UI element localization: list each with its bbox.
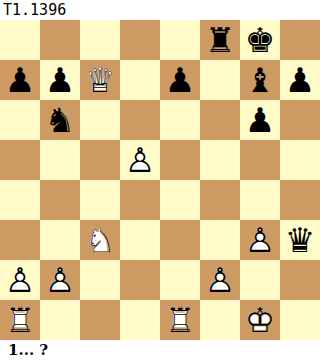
title-bar: T1.1396 bbox=[0, 0, 320, 20]
piece-glyph-outline: ♙ bbox=[0, 260, 40, 300]
piece-glyph-outline: ♘ bbox=[80, 220, 120, 260]
piece-glyph-fill: ♟ bbox=[240, 220, 280, 260]
piece-white-rook[interactable]: ♜♖ bbox=[160, 300, 200, 340]
piece-black-queen[interactable]: ♛ bbox=[280, 220, 320, 260]
square-d8[interactable] bbox=[120, 20, 160, 60]
square-b3[interactable] bbox=[40, 220, 80, 260]
puzzle-id: T1.1396 bbox=[3, 1, 66, 19]
piece-white-pawn[interactable]: ♟♙ bbox=[200, 260, 240, 300]
piece-black-rook[interactable]: ♜ bbox=[200, 20, 240, 60]
square-b5[interactable] bbox=[40, 140, 80, 180]
square-a6[interactable] bbox=[0, 100, 40, 140]
piece-glyph-fill: ♞ bbox=[40, 100, 80, 140]
piece-black-pawn[interactable]: ♟ bbox=[280, 60, 320, 100]
square-b4[interactable] bbox=[40, 180, 80, 220]
square-a4[interactable] bbox=[0, 180, 40, 220]
square-c6[interactable] bbox=[80, 100, 120, 140]
piece-glyph-fill: ♛ bbox=[80, 60, 120, 100]
square-g7[interactable]: ♝ bbox=[240, 60, 280, 100]
square-c8[interactable] bbox=[80, 20, 120, 60]
piece-white-pawn[interactable]: ♟♙ bbox=[240, 220, 280, 260]
piece-white-queen[interactable]: ♛♕ bbox=[80, 60, 120, 100]
piece-glyph-fill: ♟ bbox=[240, 100, 280, 140]
square-d2[interactable] bbox=[120, 260, 160, 300]
piece-glyph-fill: ♛ bbox=[280, 220, 320, 260]
square-f3[interactable] bbox=[200, 220, 240, 260]
square-f5[interactable] bbox=[200, 140, 240, 180]
chess-app-window: T1.1396 ♜♚♟♟♛♕♟♝♟♞♟♟♙♞♘♟♙♛♟♙♟♙♟♙♜♖♜♖♚♔ 1… bbox=[0, 0, 320, 360]
square-a2[interactable]: ♟♙ bbox=[0, 260, 40, 300]
square-d3[interactable] bbox=[120, 220, 160, 260]
piece-glyph-fill: ♟ bbox=[160, 60, 200, 100]
square-d1[interactable] bbox=[120, 300, 160, 340]
square-c1[interactable] bbox=[80, 300, 120, 340]
square-g6[interactable]: ♟ bbox=[240, 100, 280, 140]
square-e5[interactable] bbox=[160, 140, 200, 180]
piece-black-pawn[interactable]: ♟ bbox=[40, 60, 80, 100]
piece-glyph-outline: ♙ bbox=[200, 260, 240, 300]
piece-glyph-fill: ♚ bbox=[240, 20, 280, 60]
square-a1[interactable]: ♜♖ bbox=[0, 300, 40, 340]
piece-white-rook[interactable]: ♜♖ bbox=[0, 300, 40, 340]
square-a5[interactable] bbox=[0, 140, 40, 180]
piece-glyph-fill: ♜ bbox=[0, 300, 40, 340]
square-a7[interactable]: ♟ bbox=[0, 60, 40, 100]
square-e6[interactable] bbox=[160, 100, 200, 140]
square-g1[interactable]: ♚♔ bbox=[240, 300, 280, 340]
square-h5[interactable] bbox=[280, 140, 320, 180]
piece-glyph-outline: ♙ bbox=[240, 220, 280, 260]
square-c4[interactable] bbox=[80, 180, 120, 220]
piece-glyph-fill: ♟ bbox=[120, 140, 160, 180]
square-g2[interactable] bbox=[240, 260, 280, 300]
square-b8[interactable] bbox=[40, 20, 80, 60]
piece-glyph-outline: ♖ bbox=[160, 300, 200, 340]
square-g3[interactable]: ♟♙ bbox=[240, 220, 280, 260]
piece-glyph-outline: ♙ bbox=[40, 260, 80, 300]
square-c5[interactable] bbox=[80, 140, 120, 180]
square-b2[interactable]: ♟♙ bbox=[40, 260, 80, 300]
square-f2[interactable]: ♟♙ bbox=[200, 260, 240, 300]
square-c7[interactable]: ♛♕ bbox=[80, 60, 120, 100]
chess-board[interactable]: ♜♚♟♟♛♕♟♝♟♞♟♟♙♞♘♟♙♛♟♙♟♙♟♙♜♖♜♖♚♔ bbox=[0, 20, 320, 340]
square-h8[interactable] bbox=[280, 20, 320, 60]
piece-glyph-fill: ♟ bbox=[200, 260, 240, 300]
piece-glyph-outline: ♔ bbox=[240, 300, 280, 340]
square-c2[interactable] bbox=[80, 260, 120, 300]
piece-black-bishop[interactable]: ♝ bbox=[240, 60, 280, 100]
piece-black-king[interactable]: ♚ bbox=[240, 20, 280, 60]
square-h6[interactable] bbox=[280, 100, 320, 140]
piece-black-pawn[interactable]: ♟ bbox=[240, 100, 280, 140]
piece-white-pawn[interactable]: ♟♙ bbox=[0, 260, 40, 300]
piece-white-king[interactable]: ♚♔ bbox=[240, 300, 280, 340]
square-e1[interactable]: ♜♖ bbox=[160, 300, 200, 340]
piece-glyph-outline: ♙ bbox=[120, 140, 160, 180]
square-f7[interactable] bbox=[200, 60, 240, 100]
piece-glyph-fill: ♞ bbox=[80, 220, 120, 260]
square-d6[interactable] bbox=[120, 100, 160, 140]
square-h4[interactable] bbox=[280, 180, 320, 220]
move-prompt: 1... ? bbox=[8, 341, 48, 359]
square-d5[interactable]: ♟♙ bbox=[120, 140, 160, 180]
square-f1[interactable] bbox=[200, 300, 240, 340]
square-e4[interactable] bbox=[160, 180, 200, 220]
piece-glyph-outline: ♕ bbox=[80, 60, 120, 100]
square-a8[interactable] bbox=[0, 20, 40, 60]
square-h3[interactable]: ♛ bbox=[280, 220, 320, 260]
square-e8[interactable] bbox=[160, 20, 200, 60]
square-e3[interactable] bbox=[160, 220, 200, 260]
piece-black-pawn[interactable]: ♟ bbox=[0, 60, 40, 100]
status-bar: 1... ? bbox=[0, 340, 320, 360]
piece-glyph-fill: ♟ bbox=[0, 60, 40, 100]
square-a3[interactable] bbox=[0, 220, 40, 260]
square-e2[interactable] bbox=[160, 260, 200, 300]
piece-glyph-fill: ♜ bbox=[200, 20, 240, 60]
square-h1[interactable] bbox=[280, 300, 320, 340]
piece-glyph-fill: ♝ bbox=[240, 60, 280, 100]
piece-white-pawn[interactable]: ♟♙ bbox=[120, 140, 160, 180]
square-b6[interactable]: ♞ bbox=[40, 100, 80, 140]
piece-white-pawn[interactable]: ♟♙ bbox=[40, 260, 80, 300]
piece-glyph-fill: ♟ bbox=[280, 60, 320, 100]
square-f4[interactable] bbox=[200, 180, 240, 220]
square-g8[interactable]: ♚ bbox=[240, 20, 280, 60]
piece-glyph-outline: ♖ bbox=[0, 300, 40, 340]
piece-glyph-fill: ♜ bbox=[160, 300, 200, 340]
square-h2[interactable] bbox=[280, 260, 320, 300]
piece-black-knight[interactable]: ♞ bbox=[40, 100, 80, 140]
piece-glyph-fill: ♟ bbox=[40, 260, 80, 300]
piece-glyph-fill: ♚ bbox=[240, 300, 280, 340]
square-g5[interactable] bbox=[240, 140, 280, 180]
square-b1[interactable] bbox=[40, 300, 80, 340]
square-b7[interactable]: ♟ bbox=[40, 60, 80, 100]
square-d4[interactable] bbox=[120, 180, 160, 220]
square-g4[interactable] bbox=[240, 180, 280, 220]
piece-glyph-fill: ♟ bbox=[0, 260, 40, 300]
piece-black-pawn[interactable]: ♟ bbox=[160, 60, 200, 100]
square-h7[interactable]: ♟ bbox=[280, 60, 320, 100]
square-d7[interactable] bbox=[120, 60, 160, 100]
square-f8[interactable]: ♜ bbox=[200, 20, 240, 60]
square-e7[interactable]: ♟ bbox=[160, 60, 200, 100]
square-f6[interactable] bbox=[200, 100, 240, 140]
piece-glyph-fill: ♟ bbox=[40, 60, 80, 100]
piece-white-knight[interactable]: ♞♘ bbox=[80, 220, 120, 260]
square-c3[interactable]: ♞♘ bbox=[80, 220, 120, 260]
